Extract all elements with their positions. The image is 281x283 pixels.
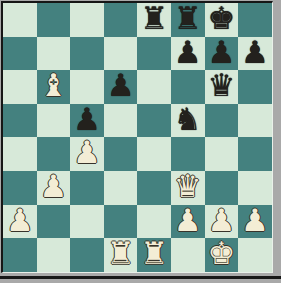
square-b7[interactable] [37,37,71,71]
square-b6[interactable]: ♝ [37,70,71,104]
square-h1[interactable] [238,238,272,272]
square-g7[interactable]: ♟ [205,37,239,71]
square-g3[interactable] [205,171,239,205]
square-b2[interactable] [37,205,71,239]
white-pawn: ♟ [73,137,101,170]
square-h4[interactable] [238,137,272,171]
square-a4[interactable] [3,137,37,171]
square-f2[interactable]: ♟ [171,205,205,239]
square-e4[interactable] [137,137,171,171]
square-g2[interactable]: ♟ [205,205,239,239]
square-h2[interactable]: ♟ [238,205,272,239]
square-a2[interactable]: ♟ [3,205,37,239]
white-king: ♚ [207,238,235,271]
white-queen: ♛ [174,171,202,204]
white-bishop: ♝ [39,70,67,103]
square-f4[interactable] [171,137,205,171]
square-d1[interactable]: ♜ [104,238,138,272]
white-pawn: ♟ [39,171,67,204]
square-h5[interactable] [238,104,272,138]
square-f3[interactable]: ♛ [171,171,205,205]
square-c1[interactable] [70,238,104,272]
square-a1[interactable] [3,238,37,272]
square-b8[interactable] [37,3,71,37]
black-pawn: ♟ [73,104,101,137]
square-f8[interactable]: ♜ [171,3,205,37]
square-e5[interactable] [137,104,171,138]
square-e3[interactable] [137,171,171,205]
white-pawn: ♟ [6,205,34,238]
square-f5[interactable]: ♞ [171,104,205,138]
square-d5[interactable] [104,104,138,138]
square-d3[interactable] [104,171,138,205]
black-rook: ♜ [174,3,202,36]
square-b1[interactable] [37,238,71,272]
square-d8[interactable] [104,3,138,37]
square-a6[interactable] [3,70,37,104]
black-pawn: ♟ [207,37,235,70]
black-rook: ♜ [140,3,168,36]
white-pawn: ♟ [174,205,202,238]
square-f7[interactable]: ♟ [171,37,205,71]
square-b5[interactable] [37,104,71,138]
square-f1[interactable] [171,238,205,272]
square-g4[interactable] [205,137,239,171]
square-h8[interactable] [238,3,272,37]
square-c8[interactable] [70,3,104,37]
square-c4[interactable]: ♟ [70,137,104,171]
white-rook: ♜ [140,238,168,271]
white-rook: ♜ [107,238,135,271]
white-pawn: ♟ [241,205,269,238]
square-h3[interactable] [238,171,272,205]
square-a8[interactable] [3,3,37,37]
square-d6[interactable]: ♟ [104,70,138,104]
black-pawn: ♟ [174,37,202,70]
square-g1[interactable]: ♚ [205,238,239,272]
white-pawn: ♟ [207,205,235,238]
square-a5[interactable] [3,104,37,138]
square-d4[interactable] [104,137,138,171]
square-d2[interactable] [104,205,138,239]
chess-board: ♜♜♚♟♟♟♝♟♛♟♞♟♟♛♟♟♟♟♜♜♚ [1,1,273,273]
square-h7[interactable]: ♟ [238,37,272,71]
black-queen: ♛ [207,70,235,103]
square-h6[interactable] [238,70,272,104]
square-d7[interactable] [104,37,138,71]
square-b4[interactable] [37,137,71,171]
black-king: ♚ [207,3,235,36]
screenshot-stage: ♜♜♚♟♟♟♝♟♛♟♞♟♟♛♟♟♟♟♜♜♚ [0,0,281,283]
black-pawn: ♟ [241,37,269,70]
square-e8[interactable]: ♜ [137,3,171,37]
black-knight: ♞ [174,104,202,137]
square-a3[interactable] [3,171,37,205]
square-c6[interactable] [70,70,104,104]
square-a7[interactable] [3,37,37,71]
square-e7[interactable] [137,37,171,71]
square-c2[interactable] [70,205,104,239]
square-e2[interactable] [137,205,171,239]
square-e1[interactable]: ♜ [137,238,171,272]
square-g6[interactable]: ♛ [205,70,239,104]
square-c5[interactable]: ♟ [70,104,104,138]
square-g8[interactable]: ♚ [205,3,239,37]
square-e6[interactable] [137,70,171,104]
window-bottom-separator [0,276,281,279]
square-c7[interactable] [70,37,104,71]
square-b3[interactable]: ♟ [37,171,71,205]
square-c3[interactable] [70,171,104,205]
square-g5[interactable] [205,104,239,138]
square-f6[interactable] [171,70,205,104]
black-pawn: ♟ [107,70,135,103]
